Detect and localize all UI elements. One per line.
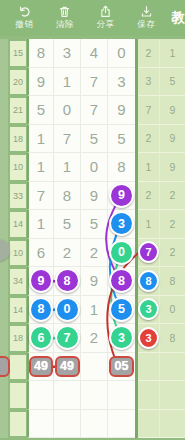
cell-r3-c2[interactable]: 0 [54,96,81,125]
row-sum-label: 18 [8,324,27,353]
board-row-2: 20917335 [0,68,185,97]
cell-r10-c3[interactable]: 1 [81,296,108,325]
cell-r12-c1[interactable]: 49 [27,353,54,382]
row-sum-label: 34 [8,267,27,296]
board-row-5: 10110819 [0,153,185,182]
cell-r8-c4[interactable]: 0 [108,239,135,268]
left-edge-strip [0,39,8,68]
result-cell-r1-2: 1 [160,39,185,68]
save-icon [140,5,153,18]
row-sum-label: 33 [8,182,27,211]
linked-digit-green[interactable]: 6 [29,325,53,350]
left-edge-strip [0,153,8,182]
result-cell-r8-2: 2 [160,239,185,268]
result-cell-r7-1: 1 [138,210,160,239]
row-sum-value: 10 [10,155,26,180]
target-square[interactable]: 49 [29,356,53,377]
result-cell-r3-1: 7 [138,96,160,125]
result-cell-r3-2: 9 [160,96,185,125]
cell-r11-c3[interactable]: 2 [81,324,108,353]
undo-icon [18,5,31,18]
undo-button[interactable]: 撤销 [9,5,40,31]
clear-label: 清除 [56,19,74,31]
board-row-13 [0,381,185,410]
cell-r1-c2[interactable]: 3 [54,39,81,68]
result-digit-purple: 7 [138,241,159,263]
cell-r8-c3[interactable]: 2 [81,239,108,268]
result-cell-r13-2 [160,381,185,410]
cell-r4-c3[interactable]: 5 [81,125,108,154]
linked-digit-purple[interactable]: 8 [109,268,134,293]
row-sum-label: 15 [8,39,27,68]
row-sum-value: 21 [10,98,26,123]
linked-digit-green[interactable]: 3 [109,325,134,350]
cell-r5-c2[interactable]: 1 [54,153,81,182]
result-digit-green: 3 [138,298,159,320]
row-sum-label: 21 [8,96,27,125]
cell-r1-c3[interactable]: 4 [81,39,108,68]
cell-r6-c4[interactable]: 9 [108,182,135,211]
linked-digit-blue[interactable]: 3 [109,211,134,236]
cell-r9-c1[interactable]: 9 [27,267,54,296]
cell-r10-c1[interactable]: 8 [27,296,54,325]
left-edge-strip [0,68,8,97]
left-edge-strip [0,296,8,325]
cell-r2-c1[interactable]: 9 [27,68,54,97]
result-cell-r11-1: 3 [138,324,160,353]
cell-r9-c4[interactable]: 8 [108,267,135,296]
board-row-8: 10622072 [0,239,185,268]
cutoff-target-square [0,356,10,377]
share-icon [99,5,112,18]
board-row-12: 494905 [0,353,185,382]
cell-r14-c4[interactable] [108,410,135,439]
left-edge-strip [0,381,8,410]
cell-r13-c1[interactable] [27,381,54,410]
row-sum-label: 14 [8,210,27,239]
trash-icon [58,5,71,18]
left-edge-strip [0,182,8,211]
left-edge-strip [0,267,8,296]
cell-r1-c1[interactable]: 8 [27,39,54,68]
cell-r3-c1[interactable]: 5 [27,96,54,125]
target-square[interactable]: 05 [109,356,134,377]
result-cell-r4-1: 2 [138,125,160,154]
row-sum-value: 14 [10,298,26,323]
board-row-7: 14155312 [0,210,185,239]
row-sum-label: 10 [8,239,27,268]
cell-r7-c4[interactable]: 3 [108,210,135,239]
row-sum-value: 14 [10,212,26,237]
save-button[interactable]: 保存 [131,5,162,31]
board-row-3: 21507979 [0,96,185,125]
result-cell-r6-2: 2 [160,182,185,211]
linked-digit-blue[interactable]: 0 [55,297,80,322]
row-sum-label: 20 [8,68,27,97]
cell-r4-c2[interactable]: 7 [54,125,81,154]
save-label: 保存 [137,19,155,31]
board-row-1: 15834021 [0,39,185,68]
board: 1583402120917335215079791817552910110819… [0,36,185,440]
cell-r12-c2[interactable]: 49 [54,353,81,382]
board-row-9: 34989888 [0,267,185,296]
result-cell-r2-2: 5 [160,68,185,97]
cell-r3-c3[interactable]: 7 [81,96,108,125]
left-edge-strip [0,324,8,353]
row-sum-label: 10 [8,153,27,182]
row-sum-value [10,383,26,408]
result-cell-r14-2 [160,410,185,439]
result-cell-r11-2: 8 [160,324,185,353]
cell-r13-c3[interactable] [81,381,108,410]
result-cell-r8-1: 7 [138,239,160,268]
board-row-6: 33789922 [0,182,185,211]
cell-r2-c4[interactable]: 3 [108,68,135,97]
result-cell-r7-2: 2 [160,210,185,239]
cell-r6-c2[interactable]: 8 [54,182,81,211]
result-cell-r9-2: 8 [160,267,185,296]
result-cell-r4-2: 9 [160,125,185,154]
left-edge-strip [0,125,8,154]
left-edge-strip [0,210,8,239]
clear-button[interactable]: 清除 [50,5,81,31]
linked-digit-purple[interactable]: 9 [29,268,53,293]
linked-digit-blue[interactable]: 8 [29,297,53,322]
toolbar: 撤销 清除 分享 保存 教 [0,0,185,36]
row-sum-value: 10 [10,241,26,266]
left-edge-strip [0,410,8,439]
result-digit-red: 3 [138,327,159,349]
result-cell-r10-2: 0 [160,296,185,325]
cell-r12-c3[interactable] [81,353,108,382]
result-cell-r1-1: 2 [138,39,160,68]
cell-r4-c1[interactable]: 1 [27,125,54,154]
cell-r10-c2[interactable]: 0 [54,296,81,325]
row-sum-value: 33 [10,184,26,209]
cell-r7-c1[interactable]: 1 [27,210,54,239]
share-label: 分享 [97,19,115,31]
cell-r12-c4[interactable]: 05 [108,353,135,382]
row-sum-label: 18 [8,125,27,154]
result-digit-blue: 8 [138,270,159,292]
left-edge-strip [0,96,8,125]
row-sum-value [10,355,26,380]
result-cell-r12-1 [138,353,160,382]
linked-digit-blue[interactable]: 5 [109,297,134,322]
cell-r3-c4[interactable]: 9 [108,96,135,125]
row-sum-label [8,353,27,382]
result-cell-r14-1 [138,410,160,439]
board-row-4: 18175529 [0,125,185,154]
cell-r14-c1[interactable] [27,410,54,439]
cell-r2-c2[interactable]: 1 [54,68,81,97]
cell-r4-c4[interactable]: 5 [108,125,135,154]
row-sum-value: 18 [10,127,26,152]
cell-r11-c1[interactable]: 6 [27,324,54,353]
board-row-11: 18672338 [0,324,185,353]
cell-r5-c1[interactable]: 1 [27,153,54,182]
cell-r9-c2[interactable]: 8 [54,267,81,296]
row-sum-label: 14 [8,296,27,325]
cell-r13-c4[interactable] [108,381,135,410]
cell-r14-c3[interactable] [81,410,108,439]
share-button[interactable]: 分享 [90,5,121,31]
target-square[interactable]: 49 [55,356,80,377]
undo-label: 撤销 [15,19,33,31]
row-sum-value: 18 [10,326,26,351]
linked-digit-purple[interactable]: 9 [109,183,134,208]
cell-r8-c2[interactable]: 2 [54,239,81,268]
cell-r5-c4[interactable]: 8 [108,153,135,182]
linked-digit-green[interactable]: 0 [109,240,134,265]
cell-r13-c2[interactable] [54,381,81,410]
cell-r9-c3[interactable]: 9 [81,267,108,296]
cell-r6-c1[interactable]: 7 [27,182,54,211]
cell-r5-c3[interactable]: 0 [81,153,108,182]
result-cell-r12-2 [160,353,185,382]
row-sum-label [8,381,27,410]
linked-digit-purple[interactable]: 8 [55,268,80,293]
cell-r11-c2[interactable]: 7 [54,324,81,353]
cell-r6-c3[interactable]: 9 [81,182,108,211]
row-sum-value: 34 [10,269,26,294]
row-sum-value: 20 [10,70,26,95]
cell-r10-c4[interactable]: 5 [108,296,135,325]
cell-r8-c1[interactable]: 6 [27,239,54,268]
linked-digit-green[interactable]: 7 [55,325,80,350]
result-cell-r5-2: 9 [160,153,185,182]
cell-r11-c4[interactable]: 3 [108,324,135,353]
board-row-10: 14801530 [0,296,185,325]
result-cell-r6-1: 2 [138,182,160,211]
tutorial-button[interactable]: 教 [172,9,186,27]
result-cell-r2-1: 3 [138,68,160,97]
result-cell-r5-1: 1 [138,153,160,182]
cell-r7-c3[interactable]: 5 [81,210,108,239]
result-cell-r10-1: 3 [138,296,160,325]
row-sum-label [8,410,27,439]
cell-r14-c2[interactable] [54,410,81,439]
result-cell-r13-1 [138,381,160,410]
board-row-14 [0,410,185,439]
row-sum-value: 15 [10,41,26,66]
app: 撤销 清除 分享 保存 教 [0,0,185,440]
cell-r2-c3[interactable]: 7 [81,68,108,97]
row-sum-value [10,412,26,437]
cell-r1-c4[interactable]: 0 [108,39,135,68]
result-cell-r9-1: 8 [138,267,160,296]
cell-r7-c2[interactable]: 5 [54,210,81,239]
